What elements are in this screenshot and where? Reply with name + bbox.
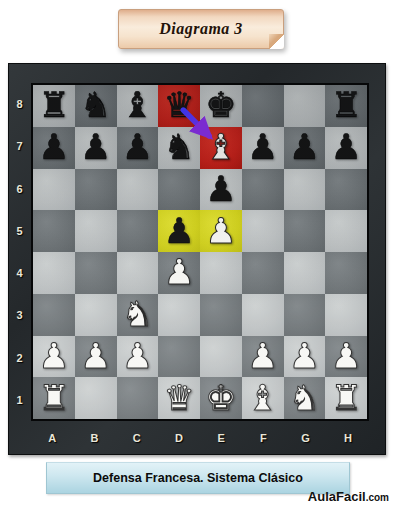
square-a5 (33, 210, 75, 252)
diagram-banner: Diagrama 3 (118, 9, 284, 49)
square-a3 (33, 294, 75, 336)
piece-white-bishop: ♝ (247, 381, 278, 416)
square-d6 (158, 169, 200, 211)
piece-black-knight: ♞ (80, 88, 111, 123)
square-e6: ♟ (200, 169, 242, 211)
piece-white-pawn: ♟ (80, 339, 111, 374)
square-b2: ♟ (75, 336, 117, 378)
square-c5 (117, 210, 159, 252)
caption-text: Defensa Francesa. Sistema Clásico (93, 471, 303, 485)
square-f4 (242, 252, 284, 294)
square-a6 (33, 169, 75, 211)
piece-white-knight: ♞ (122, 297, 153, 332)
square-f2: ♟ (242, 336, 284, 378)
rank-label-2: 2 (8, 337, 31, 379)
diagram-title: Diagrama 3 (159, 20, 243, 38)
piece-white-pawn: ♟ (289, 339, 320, 374)
piece-black-pawn: ♟ (122, 130, 153, 165)
chess-board-frame: 87654321 ABCDEFGH ♜♞♝♛♚♜♟♟♟♞♝♟♟♟♟♟♟♟♞♟♟♟… (8, 63, 386, 455)
square-f3 (242, 294, 284, 336)
square-b6 (75, 169, 117, 211)
piece-black-pawn: ♟ (247, 130, 278, 165)
rank-labels: 87654321 (8, 83, 31, 421)
rank-label-3: 3 (8, 294, 31, 336)
square-g6 (284, 169, 326, 211)
square-a2: ♟ (33, 336, 75, 378)
square-e1: ♚ (200, 377, 242, 419)
piece-black-pawn: ♟ (163, 214, 194, 249)
square-c6 (117, 169, 159, 211)
piece-white-king: ♚ (205, 381, 236, 416)
square-b4 (75, 252, 117, 294)
piece-white-rook: ♜ (38, 381, 69, 416)
square-e8: ♚ (200, 85, 242, 127)
square-e7: ♝ (200, 127, 242, 169)
piece-white-pawn: ♟ (122, 339, 153, 374)
file-labels: ABCDEFGH (31, 421, 369, 455)
square-b1 (75, 377, 117, 419)
square-d5: ♟ (158, 210, 200, 252)
rank-label-8: 8 (8, 83, 31, 125)
piece-white-knight: ♞ (289, 381, 320, 416)
rank-label-4: 4 (8, 252, 31, 294)
square-c3: ♞ (117, 294, 159, 336)
square-d3 (158, 294, 200, 336)
square-a1: ♜ (33, 377, 75, 419)
square-f1: ♝ (242, 377, 284, 419)
square-h6 (325, 169, 367, 211)
file-label-b: B (73, 421, 115, 455)
square-c8: ♝ (117, 85, 159, 127)
square-b7: ♟ (75, 127, 117, 169)
square-d7: ♞ (158, 127, 200, 169)
square-h8: ♜ (325, 85, 367, 127)
square-g7: ♟ (284, 127, 326, 169)
square-h2: ♟ (325, 336, 367, 378)
rank-label-1: 1 (8, 379, 31, 421)
piece-black-bishop: ♝ (122, 88, 153, 123)
square-c4 (117, 252, 159, 294)
piece-white-bishop: ♝ (205, 130, 236, 165)
piece-black-queen: ♛ (163, 88, 194, 123)
piece-white-pawn: ♟ (205, 214, 236, 249)
piece-white-pawn: ♟ (163, 255, 194, 290)
page: Diagrama 3 87654321 ABCDEFGH ♜♞♝♛♚♜♟♟♟♞♝… (0, 0, 394, 506)
square-f7: ♟ (242, 127, 284, 169)
square-d4: ♟ (158, 252, 200, 294)
square-b8: ♞ (75, 85, 117, 127)
square-a4 (33, 252, 75, 294)
square-a8: ♜ (33, 85, 75, 127)
square-g3 (284, 294, 326, 336)
square-g4 (284, 252, 326, 294)
square-f8 (242, 85, 284, 127)
rank-label-5: 5 (8, 210, 31, 252)
chess-board: ♜♞♝♛♚♜♟♟♟♞♝♟♟♟♟♟♟♟♞♟♟♟♟♟♟♜♛♚♝♞♜ (31, 83, 369, 421)
piece-white-pawn: ♟ (38, 339, 69, 374)
square-f6 (242, 169, 284, 211)
board-grid: ♜♞♝♛♚♜♟♟♟♞♝♟♟♟♟♟♟♟♞♟♟♟♟♟♟♜♛♚♝♞♜ (33, 85, 367, 419)
square-d2 (158, 336, 200, 378)
piece-black-pawn: ♟ (80, 130, 111, 165)
square-a7: ♟ (33, 127, 75, 169)
piece-black-pawn: ♟ (289, 130, 320, 165)
square-b5 (75, 210, 117, 252)
piece-black-rook: ♜ (330, 88, 361, 123)
branding-name: AulaFacil (308, 489, 366, 504)
file-label-a: A (31, 421, 73, 455)
square-e2 (200, 336, 242, 378)
piece-white-rook: ♜ (330, 381, 361, 416)
file-label-h: H (327, 421, 369, 455)
square-h3 (325, 294, 367, 336)
square-f5 (242, 210, 284, 252)
square-c1 (117, 377, 159, 419)
square-h7: ♟ (325, 127, 367, 169)
file-label-c: C (116, 421, 158, 455)
caption-box: Defensa Francesa. Sistema Clásico (46, 462, 350, 494)
square-c7: ♟ (117, 127, 159, 169)
file-label-f: F (242, 421, 284, 455)
piece-white-pawn: ♟ (247, 339, 278, 374)
file-label-d: D (158, 421, 200, 455)
site-branding: AulaFacil .com (308, 489, 389, 504)
square-e4 (200, 252, 242, 294)
piece-black-rook: ♜ (38, 88, 69, 123)
square-g5 (284, 210, 326, 252)
rank-label-6: 6 (8, 168, 31, 210)
branding-tld: .com (366, 492, 389, 503)
piece-white-pawn: ♟ (330, 339, 361, 374)
file-label-e: E (200, 421, 242, 455)
square-g1: ♞ (284, 377, 326, 419)
square-h1: ♜ (325, 377, 367, 419)
square-h4 (325, 252, 367, 294)
square-c2: ♟ (117, 336, 159, 378)
square-g2: ♟ (284, 336, 326, 378)
square-b3 (75, 294, 117, 336)
piece-white-queen: ♛ (163, 381, 194, 416)
square-e5: ♟ (200, 210, 242, 252)
piece-black-king: ♚ (205, 88, 236, 123)
rank-label-7: 7 (8, 125, 31, 167)
square-g8 (284, 85, 326, 127)
square-d8: ♛ (158, 85, 200, 127)
file-label-g: G (285, 421, 327, 455)
square-e3 (200, 294, 242, 336)
square-d1: ♛ (158, 377, 200, 419)
square-h5 (325, 210, 367, 252)
piece-black-pawn: ♟ (38, 130, 69, 165)
piece-black-knight: ♞ (163, 130, 194, 165)
piece-black-pawn: ♟ (205, 172, 236, 207)
piece-black-pawn: ♟ (330, 130, 361, 165)
